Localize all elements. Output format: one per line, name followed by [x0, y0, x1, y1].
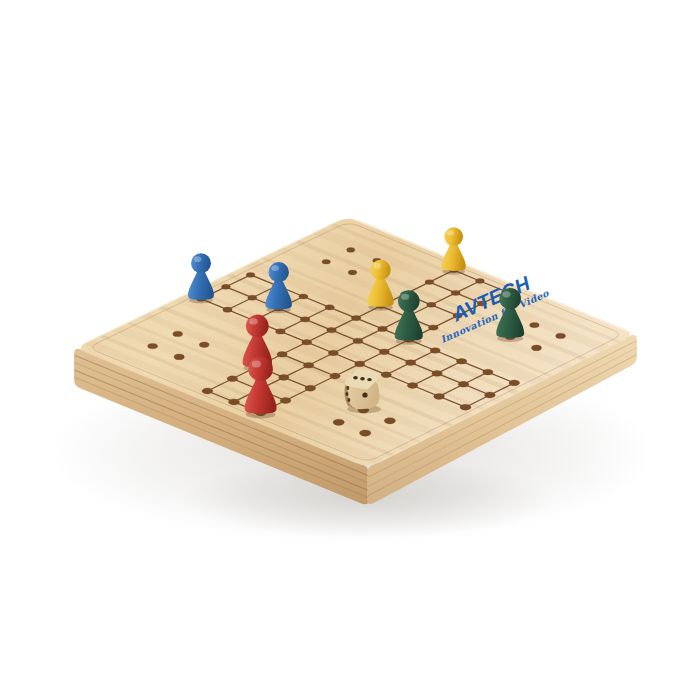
board-hole	[430, 348, 440, 354]
board-hole	[302, 340, 312, 345]
board-hole	[381, 372, 391, 378]
board-hole	[351, 316, 360, 321]
board-hole	[279, 375, 289, 381]
board-hole	[353, 338, 363, 343]
board-hole	[174, 354, 184, 360]
wooden-die[interactable]	[344, 372, 381, 414]
board-hole	[483, 369, 493, 375]
board-hole	[509, 380, 520, 386]
board-hole	[327, 327, 337, 332]
board-hole	[300, 317, 309, 322]
board-hole	[148, 343, 158, 348]
board-hole	[360, 430, 371, 436]
board-hole	[434, 393, 445, 399]
board-hole	[333, 419, 344, 425]
peg-blue-1[interactable]	[188, 253, 214, 303]
board-hole	[276, 329, 286, 334]
board-hole	[532, 345, 542, 351]
board-hole	[476, 279, 485, 284]
board-hole	[304, 362, 314, 368]
product-photo-scene: AVTECH Innovation for Video	[0, 0, 700, 700]
board-hole	[173, 331, 183, 336]
board-hole	[432, 371, 442, 377]
board-hole	[299, 294, 308, 299]
board-hole	[246, 273, 255, 278]
board-hole	[457, 359, 467, 365]
board-hole	[223, 307, 232, 312]
board-hole	[330, 373, 340, 379]
board-hole	[347, 248, 355, 253]
board-hole	[485, 392, 496, 398]
board-hole	[407, 383, 418, 389]
board-hole	[222, 284, 231, 289]
board-hole	[530, 323, 540, 328]
board-hole	[451, 290, 460, 295]
board-hole	[328, 350, 338, 356]
board-hole	[202, 388, 213, 394]
board-hole	[322, 260, 330, 265]
board-hole	[460, 404, 471, 410]
board-hole	[458, 381, 469, 387]
board-hole	[277, 352, 287, 358]
board-hole	[199, 342, 209, 347]
board-hole	[229, 399, 240, 405]
board-hole	[379, 349, 389, 355]
board-hole	[384, 418, 395, 424]
ludo-board: AVTECH Innovation for Video	[0, 0, 700, 700]
board-hole	[248, 295, 257, 300]
board-hole	[280, 398, 291, 404]
board-hole	[425, 280, 434, 285]
board-hole	[325, 305, 334, 310]
board-hole	[429, 325, 439, 330]
board-hole	[378, 326, 388, 331]
board-hole	[406, 360, 416, 366]
board-hole	[305, 385, 316, 391]
peg-yellow-2[interactable]	[441, 227, 465, 274]
board-hole	[556, 333, 566, 338]
board-hole	[227, 376, 238, 382]
board-hole	[348, 270, 357, 275]
board-hole	[355, 361, 365, 367]
board-hole	[427, 302, 436, 307]
